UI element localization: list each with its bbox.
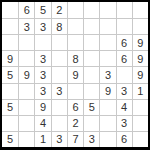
sudoku-cell-r8c4[interactable] xyxy=(51,115,67,131)
sudoku-cell-r6c2[interactable] xyxy=(18,83,34,99)
sudoku-cell-r4c5: 8 xyxy=(67,50,83,66)
sudoku-cell-r1c7[interactable] xyxy=(99,2,115,18)
sudoku-cell-r4c7[interactable] xyxy=(99,50,115,66)
sudoku-cell-r6c1[interactable] xyxy=(2,83,18,99)
sudoku-cell-r5c4[interactable] xyxy=(51,66,67,82)
sudoku-cell-r7c6: 5 xyxy=(83,99,99,115)
sudoku-cell-r3c8: 6 xyxy=(116,34,132,50)
sudoku-board: 65233869938695939393393159654423513736 xyxy=(0,0,150,150)
sudoku-cell-r2c9[interactable] xyxy=(132,18,148,34)
sudoku-cell-r6c7: 9 xyxy=(99,83,115,99)
sudoku-cell-r8c2[interactable] xyxy=(18,115,34,131)
sudoku-cell-r2c3: 3 xyxy=(34,18,50,34)
sudoku-cell-r9c5: 7 xyxy=(67,131,83,147)
sudoku-cell-r7c1: 5 xyxy=(2,99,18,115)
sudoku-cell-r2c8[interactable] xyxy=(116,18,132,34)
sudoku-cell-r4c6[interactable] xyxy=(83,50,99,66)
sudoku-cell-r5c6[interactable] xyxy=(83,66,99,82)
sudoku-cell-r3c7[interactable] xyxy=(99,34,115,50)
sudoku-cell-r5c3: 3 xyxy=(34,66,50,82)
sudoku-cell-r5c5: 9 xyxy=(67,66,83,82)
sudoku-cell-r2c1[interactable] xyxy=(2,18,18,34)
sudoku-cell-r2c5[interactable] xyxy=(67,18,83,34)
sudoku-cell-r8c5: 2 xyxy=(67,115,83,131)
sudoku-cell-r6c5[interactable] xyxy=(67,83,83,99)
sudoku-cell-r4c9: 9 xyxy=(132,50,148,66)
sudoku-cell-r1c6[interactable] xyxy=(83,2,99,18)
sudoku-cell-r1c2: 6 xyxy=(18,2,34,18)
sudoku-cell-r6c8: 3 xyxy=(116,83,132,99)
sudoku-cell-r2c6[interactable] xyxy=(83,18,99,34)
sudoku-cell-r6c4: 3 xyxy=(51,83,67,99)
sudoku-cell-r7c9[interactable] xyxy=(132,99,148,115)
sudoku-cell-r4c8: 6 xyxy=(116,50,132,66)
sudoku-cell-r1c9[interactable] xyxy=(132,2,148,18)
sudoku-cell-r1c5[interactable] xyxy=(67,2,83,18)
sudoku-cell-r7c4[interactable] xyxy=(51,99,67,115)
sudoku-cell-r3c6[interactable] xyxy=(83,34,99,50)
sudoku-cell-r9c6: 3 xyxy=(83,131,99,147)
sudoku-cell-r4c1: 9 xyxy=(2,50,18,66)
sudoku-cell-r1c4: 2 xyxy=(51,2,67,18)
sudoku-cell-r7c8: 4 xyxy=(116,99,132,115)
sudoku-cell-r8c3: 4 xyxy=(34,115,50,131)
sudoku-cell-r7c5: 6 xyxy=(67,99,83,115)
sudoku-cell-r3c9: 9 xyxy=(132,34,148,50)
sudoku-cell-r4c3: 3 xyxy=(34,50,50,66)
sudoku-cell-r4c4[interactable] xyxy=(51,50,67,66)
sudoku-cell-r3c3[interactable] xyxy=(34,34,50,50)
sudoku-cell-r9c7[interactable] xyxy=(99,131,115,147)
sudoku-cell-r7c2[interactable] xyxy=(18,99,34,115)
sudoku-cell-r3c5[interactable] xyxy=(67,34,83,50)
sudoku-cell-r3c4[interactable] xyxy=(51,34,67,50)
sudoku-cell-r5c1: 5 xyxy=(2,66,18,82)
sudoku-cell-r9c3: 1 xyxy=(34,131,50,147)
sudoku-cell-r9c9[interactable] xyxy=(132,131,148,147)
sudoku-cell-r8c9[interactable] xyxy=(132,115,148,131)
sudoku-cell-r2c2: 3 xyxy=(18,18,34,34)
sudoku-cell-r7c7[interactable] xyxy=(99,99,115,115)
sudoku-cell-r2c7[interactable] xyxy=(99,18,115,34)
sudoku-cell-r1c3: 5 xyxy=(34,2,50,18)
sudoku-cell-r9c2[interactable] xyxy=(18,131,34,147)
sudoku-cell-r3c1[interactable] xyxy=(2,34,18,50)
sudoku-cell-r5c7: 3 xyxy=(99,66,115,82)
sudoku-cell-r9c8: 6 xyxy=(116,131,132,147)
sudoku-cell-r8c7[interactable] xyxy=(99,115,115,131)
sudoku-cell-r4c2[interactable] xyxy=(18,50,34,66)
sudoku-cell-r9c1: 5 xyxy=(2,131,18,147)
sudoku-cell-r2c4: 8 xyxy=(51,18,67,34)
sudoku-cell-r8c6[interactable] xyxy=(83,115,99,131)
sudoku-cell-r1c1[interactable] xyxy=(2,2,18,18)
sudoku-cell-r5c9: 9 xyxy=(132,66,148,82)
sudoku-cell-r7c3: 9 xyxy=(34,99,50,115)
sudoku-cell-r6c9: 1 xyxy=(132,83,148,99)
sudoku-cell-r9c4: 3 xyxy=(51,131,67,147)
sudoku-cell-r5c8[interactable] xyxy=(116,66,132,82)
sudoku-cell-r8c8: 3 xyxy=(116,115,132,131)
sudoku-cell-r3c2[interactable] xyxy=(18,34,34,50)
sudoku-cell-r8c1[interactable] xyxy=(2,115,18,131)
sudoku-cell-r6c3: 3 xyxy=(34,83,50,99)
sudoku-cell-r5c2: 9 xyxy=(18,66,34,82)
sudoku-cell-r6c6[interactable] xyxy=(83,83,99,99)
sudoku-cell-r1c8[interactable] xyxy=(116,2,132,18)
